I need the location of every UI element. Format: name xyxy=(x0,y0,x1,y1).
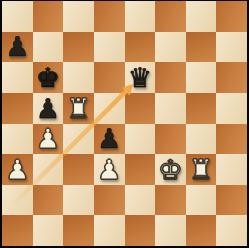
square-a6[interactable] xyxy=(2,62,33,93)
piece-white-pawn-a3[interactable]: ♟ xyxy=(2,154,33,185)
square-h6[interactable] xyxy=(216,62,247,93)
piece-white-king-f3[interactable]: ♚ xyxy=(155,154,186,185)
square-e8[interactable] xyxy=(125,1,156,32)
piece-black-queen-e6[interactable]: ♛ xyxy=(125,62,156,93)
square-c7[interactable] xyxy=(63,32,94,63)
square-g7[interactable] xyxy=(186,32,217,63)
square-d6[interactable] xyxy=(94,62,125,93)
square-b2[interactable] xyxy=(33,185,64,216)
square-c1[interactable] xyxy=(63,215,94,246)
square-e4[interactable] xyxy=(125,124,156,155)
square-f7[interactable] xyxy=(155,32,186,63)
square-c3[interactable] xyxy=(63,154,94,185)
square-f5[interactable] xyxy=(155,93,186,124)
square-h1[interactable] xyxy=(216,215,247,246)
piece-white-rook-c5[interactable]: ♜ xyxy=(63,93,94,124)
square-d1[interactable] xyxy=(94,215,125,246)
piece-black-king-b6[interactable]: ♚ xyxy=(33,62,64,93)
square-c2[interactable] xyxy=(63,185,94,216)
square-c8[interactable] xyxy=(63,1,94,32)
square-d7[interactable] xyxy=(94,32,125,63)
square-d5[interactable] xyxy=(94,93,125,124)
square-b8[interactable] xyxy=(33,1,64,32)
square-g2[interactable] xyxy=(186,185,217,216)
square-e3[interactable] xyxy=(125,154,156,185)
square-f1[interactable] xyxy=(155,215,186,246)
square-e2[interactable] xyxy=(125,185,156,216)
piece-white-pawn-b4[interactable]: ♟ xyxy=(33,124,64,155)
square-a1[interactable] xyxy=(2,215,33,246)
square-h3[interactable] xyxy=(216,154,247,185)
piece-white-rook-g3[interactable]: ♜ xyxy=(186,154,217,185)
square-d2[interactable] xyxy=(94,185,125,216)
square-e1[interactable] xyxy=(125,215,156,246)
piece-black-pawn-b5[interactable]: ♟ xyxy=(33,93,64,124)
square-g6[interactable] xyxy=(186,62,217,93)
square-a4[interactable] xyxy=(2,124,33,155)
square-e5[interactable] xyxy=(125,93,156,124)
square-f2[interactable] xyxy=(155,185,186,216)
square-b7[interactable] xyxy=(33,32,64,63)
square-h8[interactable] xyxy=(216,1,247,32)
piece-white-pawn-d3[interactable]: ♟ xyxy=(94,154,125,185)
square-b3[interactable] xyxy=(33,154,64,185)
square-g5[interactable] xyxy=(186,93,217,124)
square-a5[interactable] xyxy=(2,93,33,124)
square-h2[interactable] xyxy=(216,185,247,216)
square-f8[interactable] xyxy=(155,1,186,32)
square-h4[interactable] xyxy=(216,124,247,155)
chess-board: ♟♚♛♟♜♟♟♟♟♚♜ xyxy=(0,0,249,248)
square-b1[interactable] xyxy=(33,215,64,246)
piece-black-pawn-d4[interactable]: ♟ xyxy=(94,124,125,155)
square-a2[interactable] xyxy=(2,185,33,216)
square-h7[interactable] xyxy=(216,32,247,63)
square-a8[interactable] xyxy=(2,1,33,32)
square-g4[interactable] xyxy=(186,124,217,155)
square-f4[interactable] xyxy=(155,124,186,155)
square-g8[interactable] xyxy=(186,1,217,32)
square-d8[interactable] xyxy=(94,1,125,32)
piece-black-pawn-a7[interactable]: ♟ xyxy=(2,32,33,63)
square-g1[interactable] xyxy=(186,215,217,246)
square-f6[interactable] xyxy=(155,62,186,93)
square-c4[interactable] xyxy=(63,124,94,155)
square-e7[interactable] xyxy=(125,32,156,63)
square-c6[interactable] xyxy=(63,62,94,93)
square-h5[interactable] xyxy=(216,93,247,124)
